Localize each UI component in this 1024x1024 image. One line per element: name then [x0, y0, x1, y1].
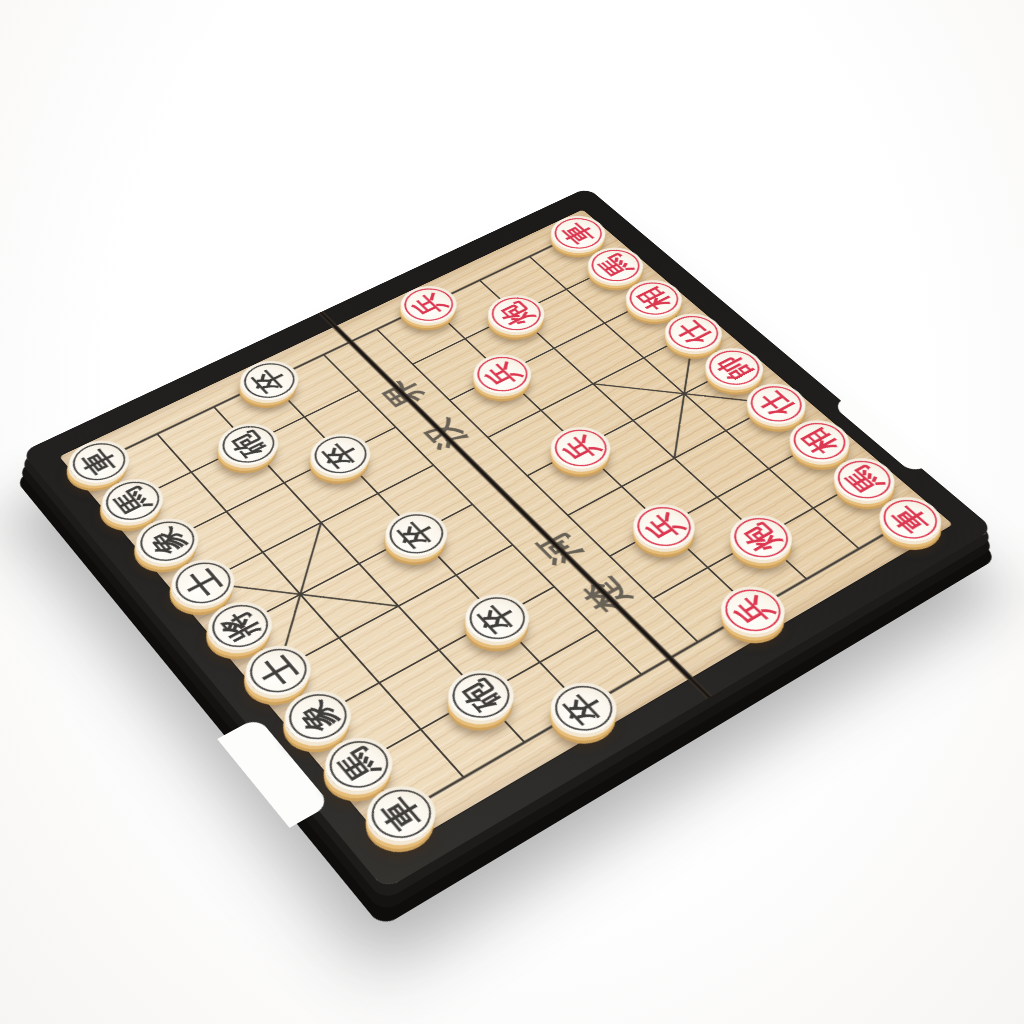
piece-glyph: 卒	[453, 585, 541, 652]
red-soldier-1[interactable]: 兵	[708, 577, 797, 643]
piece-glyph: 炮	[718, 507, 805, 570]
black-soldier-1[interactable]: 卒	[538, 673, 630, 745]
red-cannon-1[interactable]: 炮	[718, 507, 805, 570]
black-cannon-1[interactable]: 砲	[436, 660, 527, 731]
black-cannon-2[interactable]: 砲	[208, 415, 290, 473]
black-soldier-5[interactable]: 卒	[230, 353, 309, 408]
red-cannon-2[interactable]: 炮	[477, 288, 555, 340]
red-soldier-2[interactable]: 兵	[621, 496, 707, 558]
pieces-layer: 車馬象士將士象馬車砲砲卒卒卒卒卒兵兵兵兵兵炮炮車馬相仕帥仕相馬車	[59, 210, 953, 853]
black-soldier-3[interactable]: 卒	[374, 503, 459, 566]
piece-glyph: 卒	[538, 673, 630, 745]
piece-glyph: 兵	[539, 419, 622, 477]
piece-glyph: 炮	[477, 288, 555, 340]
piece-glyph: 砲	[208, 415, 290, 473]
board-base: 楚河 汉界 車馬象士將士象馬車砲砲卒卒卒卒卒兵兵兵兵兵炮炮車馬相仕帥仕相馬車	[21, 187, 994, 889]
piece-glyph: 砲	[436, 660, 527, 731]
xiangqi-board[interactable]: 楚河 汉界 車馬象士將士象馬車砲砲卒卒卒卒卒兵兵兵兵兵炮炮車馬相仕帥仕相馬車	[59, 210, 953, 853]
red-soldier-4[interactable]: 兵	[462, 347, 542, 402]
black-soldier-4[interactable]: 卒	[300, 426, 382, 485]
piece-glyph: 兵	[462, 347, 542, 402]
red-soldier-5[interactable]: 兵	[390, 279, 468, 331]
photo-background: 楚河 汉界 車馬象士將士象馬車砲砲卒卒卒卒卒兵兵兵兵兵炮炮車馬相仕帥仕相馬車	[0, 0, 1024, 1024]
piece-glyph: 兵	[621, 496, 707, 558]
black-soldier-2[interactable]: 卒	[453, 585, 541, 652]
red-soldier-3[interactable]: 兵	[539, 419, 622, 477]
piece-glyph: 卒	[374, 503, 459, 566]
piece-glyph: 兵	[390, 279, 468, 331]
piece-glyph: 卒	[230, 353, 309, 408]
piece-glyph: 兵	[708, 577, 797, 643]
piece-glyph: 卒	[300, 426, 382, 485]
xiangqi-set: 楚河 汉界 車馬象士將士象馬車砲砲卒卒卒卒卒兵兵兵兵兵炮炮車馬相仕帥仕相馬車	[21, 187, 994, 889]
